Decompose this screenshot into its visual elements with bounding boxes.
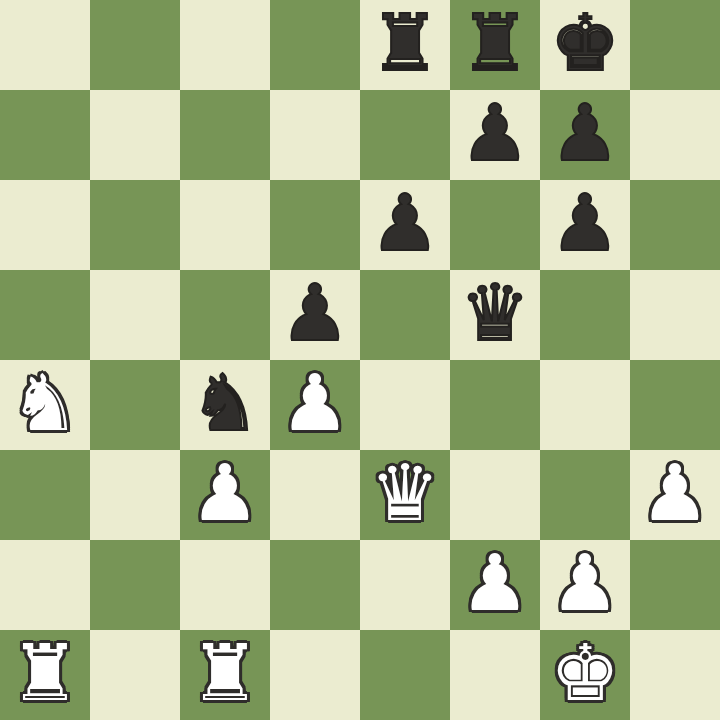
square-f2[interactable]: ♟ — [450, 540, 540, 630]
square-b7[interactable] — [90, 90, 180, 180]
black-pawn-piece[interactable]: ♟ — [550, 184, 620, 262]
square-a5[interactable] — [0, 270, 90, 360]
square-g5[interactable] — [540, 270, 630, 360]
square-c3[interactable]: ♟ — [180, 450, 270, 540]
square-e8[interactable]: ♜ — [360, 0, 450, 90]
square-b3[interactable] — [90, 450, 180, 540]
square-e4[interactable] — [360, 360, 450, 450]
square-d5[interactable]: ♟ — [270, 270, 360, 360]
white-rook-piece[interactable]: ♜ — [10, 634, 80, 712]
square-f8[interactable]: ♜ — [450, 0, 540, 90]
square-d8[interactable] — [270, 0, 360, 90]
white-pawn-piece[interactable]: ♟ — [190, 454, 260, 532]
square-d1[interactable] — [270, 630, 360, 720]
square-d3[interactable] — [270, 450, 360, 540]
square-c5[interactable] — [180, 270, 270, 360]
black-knight-piece[interactable]: ♞ — [190, 364, 260, 442]
white-pawn-piece[interactable]: ♟ — [280, 364, 350, 442]
square-e3[interactable]: ♛ — [360, 450, 450, 540]
square-b6[interactable] — [90, 180, 180, 270]
square-e2[interactable] — [360, 540, 450, 630]
square-h2[interactable] — [630, 540, 720, 630]
white-pawn-piece[interactable]: ♟ — [550, 544, 620, 622]
black-king-piece[interactable]: ♚ — [550, 4, 620, 82]
square-h8[interactable] — [630, 0, 720, 90]
chess-board-container: ♜♜♚♟♟♟♟♟♛♞♞♟♟♛♟♟♟♜♜♚ — [0, 0, 720, 720]
square-e7[interactable] — [360, 90, 450, 180]
square-e1[interactable] — [360, 630, 450, 720]
square-f5[interactable]: ♛ — [450, 270, 540, 360]
square-f6[interactable] — [450, 180, 540, 270]
chess-board: ♜♜♚♟♟♟♟♟♛♞♞♟♟♛♟♟♟♜♜♚ — [0, 0, 720, 720]
square-h3[interactable]: ♟ — [630, 450, 720, 540]
square-g4[interactable] — [540, 360, 630, 450]
square-a7[interactable] — [0, 90, 90, 180]
square-h5[interactable] — [630, 270, 720, 360]
square-c2[interactable] — [180, 540, 270, 630]
square-c6[interactable] — [180, 180, 270, 270]
square-e5[interactable] — [360, 270, 450, 360]
black-rook-piece[interactable]: ♜ — [460, 4, 530, 82]
square-g1[interactable]: ♚ — [540, 630, 630, 720]
black-pawn-piece[interactable]: ♟ — [460, 94, 530, 172]
square-a1[interactable]: ♜ — [0, 630, 90, 720]
white-king-piece[interactable]: ♚ — [550, 634, 620, 712]
square-f3[interactable] — [450, 450, 540, 540]
square-b8[interactable] — [90, 0, 180, 90]
square-a6[interactable] — [0, 180, 90, 270]
square-h4[interactable] — [630, 360, 720, 450]
square-d6[interactable] — [270, 180, 360, 270]
square-g6[interactable]: ♟ — [540, 180, 630, 270]
square-b4[interactable] — [90, 360, 180, 450]
square-b5[interactable] — [90, 270, 180, 360]
square-c4[interactable]: ♞ — [180, 360, 270, 450]
square-f4[interactable] — [450, 360, 540, 450]
square-a4[interactable]: ♞ — [0, 360, 90, 450]
black-pawn-piece[interactable]: ♟ — [370, 184, 440, 262]
square-c1[interactable]: ♜ — [180, 630, 270, 720]
black-pawn-piece[interactable]: ♟ — [280, 274, 350, 352]
square-f1[interactable] — [450, 630, 540, 720]
square-b1[interactable] — [90, 630, 180, 720]
square-h7[interactable] — [630, 90, 720, 180]
square-h1[interactable] — [630, 630, 720, 720]
square-d2[interactable] — [270, 540, 360, 630]
square-c8[interactable] — [180, 0, 270, 90]
square-a2[interactable] — [0, 540, 90, 630]
square-a8[interactable] — [0, 0, 90, 90]
square-g2[interactable]: ♟ — [540, 540, 630, 630]
white-pawn-piece[interactable]: ♟ — [640, 454, 710, 532]
white-queen-piece[interactable]: ♛ — [370, 454, 440, 532]
white-knight-piece[interactable]: ♞ — [10, 364, 80, 442]
black-rook-piece[interactable]: ♜ — [370, 4, 440, 82]
square-c7[interactable] — [180, 90, 270, 180]
square-g8[interactable]: ♚ — [540, 0, 630, 90]
white-pawn-piece[interactable]: ♟ — [460, 544, 530, 622]
black-pawn-piece[interactable]: ♟ — [550, 94, 620, 172]
square-f7[interactable]: ♟ — [450, 90, 540, 180]
square-d4[interactable]: ♟ — [270, 360, 360, 450]
square-g7[interactable]: ♟ — [540, 90, 630, 180]
square-b2[interactable] — [90, 540, 180, 630]
black-queen-piece[interactable]: ♛ — [460, 274, 530, 352]
white-rook-piece[interactable]: ♜ — [190, 634, 260, 712]
square-a3[interactable] — [0, 450, 90, 540]
square-h6[interactable] — [630, 180, 720, 270]
square-e6[interactable]: ♟ — [360, 180, 450, 270]
square-d7[interactable] — [270, 90, 360, 180]
square-g3[interactable] — [540, 450, 630, 540]
